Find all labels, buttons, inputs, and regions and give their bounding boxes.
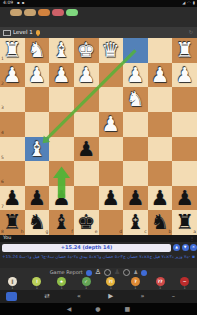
square-e6[interactable] (74, 161, 99, 186)
square-f5[interactable] (49, 137, 74, 162)
piece-black-f7[interactable]: ♟ (49, 186, 74, 211)
clock-time: 4:09 (3, 1, 13, 6)
evaluation-text: +15.24 (depth 14) (61, 245, 113, 250)
piece-black-b8[interactable]: ♞ (148, 210, 173, 235)
square-b5[interactable] (148, 137, 173, 162)
square-e7[interactable] (74, 186, 99, 211)
move-classification-row: ‖1!1★1✓1?!1?1??1−1 (0, 277, 197, 290)
piece-white-g5[interactable]: ♝ (25, 137, 50, 162)
square-g4[interactable] (25, 112, 50, 137)
android-nav-bar: ◀●■ (0, 303, 197, 315)
square-a6[interactable] (172, 161, 197, 186)
battery-icon: ▮ (193, 0, 195, 5)
piece-white-e1[interactable]: ♚ (74, 38, 99, 63)
top-toolbar (0, 7, 197, 27)
piece-white-c3[interactable]: ♞ (123, 87, 148, 112)
analysis-down-button[interactable]: ▼ (182, 244, 189, 251)
pill-button-1[interactable] (10, 9, 22, 16)
analysis-line-text: +15.24 بيدق و٧-و٦ فيل ز٥×و٦ حصان ز٨×و٦ و… (2, 254, 190, 259)
white-pawn-icon: ♙ (95, 269, 101, 276)
piece-black-f8[interactable]: ♝ (49, 210, 74, 235)
piece-white-f1[interactable]: ♝ (49, 38, 74, 63)
piece-black-a7[interactable]: ♟ (172, 186, 197, 211)
chess-board[interactable]: 12345678hgfedcba♜♞♝♚♛♜♟♟♟♟♟♟♟♞♟♝♟♟♟♟♟♟♟♟… (0, 38, 197, 235)
evaluation-bar: +15.24 (depth 14) (2, 244, 171, 252)
recents-button[interactable]: ■ (125, 306, 131, 312)
piece-black-a8[interactable]: ♜ (172, 210, 197, 235)
piece-white-a2[interactable]: ♟ (172, 63, 197, 88)
square-h6[interactable]: 6 (0, 161, 25, 186)
black-accuracy-ring-icon (123, 269, 130, 276)
notification-icon-1: ▪ (17, 0, 20, 5)
square-a5[interactable] (172, 137, 197, 162)
piece-black-g7[interactable]: ♟ (25, 186, 50, 211)
rank-label-4: 4 (1, 131, 4, 136)
piece-black-g8[interactable]: ♞ (25, 210, 50, 235)
player-menu-icon[interactable]: ⋮ (190, 237, 194, 241)
classification-excellent: !1 (25, 277, 50, 290)
square-d6[interactable] (99, 161, 124, 186)
file-label-d: d (119, 230, 122, 235)
square-d2[interactable] (99, 63, 124, 88)
classification-good: ✓1 (74, 277, 99, 290)
report-info-icon[interactable] (86, 270, 92, 276)
good-icon: ✓ (82, 277, 91, 286)
square-g6[interactable] (25, 161, 50, 186)
square-e3[interactable] (74, 87, 99, 112)
square-a3[interactable] (172, 87, 197, 112)
square-h3[interactable]: 3 (0, 87, 25, 112)
excellent-icon: ! (32, 277, 41, 286)
piece-white-f2[interactable]: ♟ (49, 63, 74, 88)
rank-label-5: 5 (1, 156, 4, 161)
playback-toolbar: ⇄«▶»– (0, 290, 197, 303)
notification-icons: ▪▪ (15, 1, 24, 6)
pill-button-2[interactable] (24, 9, 36, 16)
player-name-label: You (3, 236, 11, 241)
forward-button[interactable]: » (141, 293, 145, 300)
flip-board-button[interactable]: ⇄ (44, 293, 49, 300)
pill-button-4[interactable] (52, 9, 64, 16)
piece-black-c7[interactable]: ♟ (123, 186, 148, 211)
engine-level-label: Level 1 (13, 30, 33, 36)
square-b3[interactable] (148, 87, 173, 112)
analysis-close-button[interactable]: ✕ (190, 244, 197, 251)
player-bar: You ⋮ (0, 235, 197, 242)
square-d3[interactable] (99, 87, 124, 112)
square-g3[interactable] (25, 87, 50, 112)
chess-app: 4:09 ▪▪ ◢◠▮ Level 1 ↻ 12345678hgfedcba♜♞… (0, 0, 197, 315)
signal-icon: ◢ (182, 0, 185, 5)
piece-white-e2[interactable]: ♟ (74, 63, 99, 88)
square-c1[interactable] (123, 38, 148, 63)
book-icon: ‖ (8, 277, 17, 286)
square-e4[interactable] (74, 112, 99, 137)
engine-bar[interactable]: Level 1 ↻ (0, 27, 197, 38)
pill-button-row (10, 9, 78, 16)
classification-book: ‖1 (0, 277, 25, 290)
piece-black-b7[interactable]: ♟ (148, 186, 173, 211)
piece-black-e5[interactable]: ♟ (74, 137, 99, 162)
piece-black-c8[interactable]: ♝ (123, 210, 148, 235)
square-c5[interactable] (123, 137, 148, 162)
square-b6[interactable] (148, 161, 173, 186)
analysis-line-bullet: ▪ (192, 254, 195, 259)
square-d8[interactable]: d (99, 210, 124, 235)
piece-white-g2[interactable]: ♟ (25, 63, 50, 88)
square-h4[interactable]: 4 (0, 112, 25, 137)
redo-icon[interactable]: ↻ (189, 30, 193, 35)
system-status-icons: ◢◠▮ (182, 1, 197, 6)
small-pawn-icon: ♟ (133, 270, 138, 276)
classification-best: ★1 (49, 277, 74, 290)
piece-white-b2[interactable]: ♟ (148, 63, 173, 88)
square-c6[interactable] (123, 161, 148, 186)
computer-icon (3, 30, 11, 36)
square-f4[interactable] (49, 112, 74, 137)
engine-toggle-button[interactable] (6, 292, 17, 301)
piece-white-h2[interactable]: ♟ (0, 63, 25, 88)
analysis-buttons: ▲▼✕ (173, 244, 197, 251)
game-report-icons: ♙♟♟ (86, 269, 148, 276)
game-report-title[interactable]: Game Report (50, 270, 83, 275)
mistake-icon: ? (131, 277, 140, 286)
piece-black-e8[interactable]: ♚ (74, 210, 99, 235)
piece-black-h8[interactable]: ♜ (0, 210, 25, 235)
analysis-up-button[interactable]: ▲ (173, 244, 180, 251)
rank-label-3: 3 (1, 106, 4, 111)
square-c4[interactable] (123, 112, 148, 137)
classification-mistake: ?1 (123, 277, 148, 290)
blunder-icon: ?? (156, 277, 165, 286)
notification-icon-2: ▪ (22, 0, 25, 5)
trophy-icon (36, 30, 41, 35)
wifi-icon: ◠ (187, 0, 191, 5)
evaluation-row: +15.24 (depth 14) ▲▼✕ (0, 243, 197, 252)
square-b4[interactable] (148, 112, 173, 137)
inaccuracy-icon: ?! (106, 277, 115, 286)
report-review-icon[interactable] (141, 270, 147, 276)
square-f6[interactable] (49, 161, 74, 186)
black-pawn-icon: ♟ (114, 269, 120, 276)
more-button[interactable]: – (172, 293, 175, 300)
classification-blunder: ??1 (148, 277, 173, 290)
piece-black-h7[interactable]: ♟ (0, 186, 25, 211)
classification-inaccuracy: ?!1 (99, 277, 124, 290)
classification-missed-win: −1 (172, 277, 197, 290)
piece-white-d1[interactable]: ♛ (99, 38, 124, 63)
home-button[interactable]: ● (95, 306, 100, 312)
back-button[interactable]: ◀ (67, 306, 72, 312)
piece-black-d7[interactable]: ♟ (99, 186, 124, 211)
status-bar: 4:09 ▪▪ ◢◠▮ (0, 0, 197, 7)
analysis-line: +15.24 بيدق و٧-و٦ فيل ز٥×و٦ حصان ز٨×و٦ و… (0, 253, 197, 260)
piece-white-g1[interactable]: ♞ (25, 38, 50, 63)
rank-label-6: 6 (1, 180, 4, 185)
square-b1[interactable] (148, 38, 173, 63)
square-h5[interactable]: 5 (0, 137, 25, 162)
best-icon: ★ (57, 277, 66, 286)
piece-white-a1[interactable]: ♜ (172, 38, 197, 63)
game-report-header[interactable]: Game Report ♙♟♟ (0, 268, 197, 277)
pill-button-5[interactable] (66, 9, 78, 16)
piece-white-h1[interactable]: ♜ (0, 38, 25, 63)
play-button[interactable]: ▶ (108, 293, 113, 300)
piece-white-d4[interactable]: ♟ (99, 112, 124, 137)
rewind-button[interactable]: « (77, 293, 81, 300)
square-f3[interactable] (49, 87, 74, 112)
pill-button-3[interactable] (38, 9, 50, 16)
piece-white-c2[interactable]: ♟ (123, 63, 148, 88)
white-accuracy-ring-icon (104, 269, 111, 276)
square-d5[interactable] (99, 137, 124, 162)
missed-win-icon: − (180, 277, 189, 286)
square-a4[interactable] (172, 112, 197, 137)
